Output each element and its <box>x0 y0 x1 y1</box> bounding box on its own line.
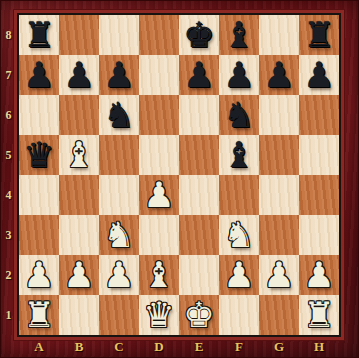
square-g7[interactable]: ♟ <box>259 55 299 95</box>
file-label-f: F <box>219 335 259 358</box>
piece-black-pawn[interactable]: ♟ <box>223 55 254 95</box>
piece-white-bishop[interactable]: ♝ <box>143 255 174 295</box>
square-b5[interactable]: ♝ <box>59 135 99 175</box>
square-c8[interactable] <box>99 15 139 55</box>
square-c2[interactable]: ♟ <box>99 255 139 295</box>
square-h3[interactable] <box>299 215 339 255</box>
square-g2[interactable]: ♟ <box>259 255 299 295</box>
square-h1[interactable]: ♜ <box>299 295 339 335</box>
square-c7[interactable]: ♟ <box>99 55 139 95</box>
square-c6[interactable]: ♞ <box>99 95 139 135</box>
piece-black-pawn[interactable]: ♟ <box>263 55 294 95</box>
square-b1[interactable] <box>59 295 99 335</box>
square-d1[interactable]: ♛ <box>139 295 179 335</box>
square-g1[interactable] <box>259 295 299 335</box>
rank-labels: 87654321 <box>0 15 17 335</box>
piece-black-bishop[interactable]: ♝ <box>223 15 254 55</box>
square-f8[interactable]: ♝ <box>219 15 259 55</box>
square-e2[interactable] <box>179 255 219 295</box>
square-h4[interactable] <box>299 175 339 215</box>
piece-black-knight[interactable]: ♞ <box>223 95 254 135</box>
square-e8[interactable]: ♚ <box>179 15 219 55</box>
square-f5[interactable]: ♝ <box>219 135 259 175</box>
piece-white-pawn[interactable]: ♟ <box>303 255 334 295</box>
piece-black-rook[interactable]: ♜ <box>303 15 334 55</box>
piece-white-rook[interactable]: ♜ <box>303 295 334 335</box>
square-b6[interactable] <box>59 95 99 135</box>
piece-black-pawn[interactable]: ♟ <box>303 55 334 95</box>
rank-label-3: 3 <box>0 215 17 255</box>
square-f6[interactable]: ♞ <box>219 95 259 135</box>
piece-black-pawn[interactable]: ♟ <box>23 55 54 95</box>
piece-white-pawn[interactable]: ♟ <box>63 255 94 295</box>
square-g3[interactable] <box>259 215 299 255</box>
square-h2[interactable]: ♟ <box>299 255 339 295</box>
square-e3[interactable] <box>179 215 219 255</box>
piece-black-rook[interactable]: ♜ <box>23 15 54 55</box>
square-a2[interactable]: ♟ <box>19 255 59 295</box>
square-h8[interactable]: ♜ <box>299 15 339 55</box>
piece-white-pawn[interactable]: ♟ <box>143 175 174 215</box>
piece-white-bishop[interactable]: ♝ <box>63 135 94 175</box>
piece-white-pawn[interactable]: ♟ <box>103 255 134 295</box>
square-b4[interactable] <box>59 175 99 215</box>
file-label-e: E <box>179 335 219 358</box>
square-g4[interactable] <box>259 175 299 215</box>
square-c1[interactable] <box>99 295 139 335</box>
piece-black-pawn[interactable]: ♟ <box>63 55 94 95</box>
piece-white-knight[interactable]: ♞ <box>223 215 254 255</box>
file-label-c: C <box>99 335 139 358</box>
board-frame: 87654321 ♜♚♝♜♟♟♟♟♟♟♟♞♞♛♝♝♟♞♞♟♟♟♝♟♟♟♜♛♚♜ … <box>0 0 359 358</box>
piece-white-knight[interactable]: ♞ <box>103 215 134 255</box>
piece-white-queen[interactable]: ♛ <box>143 295 174 335</box>
rank-label-7: 7 <box>0 55 17 95</box>
square-d4[interactable]: ♟ <box>139 175 179 215</box>
file-label-b: B <box>59 335 99 358</box>
square-e5[interactable] <box>179 135 219 175</box>
square-a6[interactable] <box>19 95 59 135</box>
piece-black-pawn[interactable]: ♟ <box>103 55 134 95</box>
rank-label-2: 2 <box>0 255 17 295</box>
square-a4[interactable] <box>19 175 59 215</box>
piece-white-king[interactable]: ♚ <box>183 295 214 335</box>
rank-label-5: 5 <box>0 135 17 175</box>
square-b7[interactable]: ♟ <box>59 55 99 95</box>
piece-black-queen[interactable]: ♛ <box>23 135 54 175</box>
piece-white-pawn[interactable]: ♟ <box>263 255 294 295</box>
square-g6[interactable] <box>259 95 299 135</box>
piece-black-knight[interactable]: ♞ <box>103 95 134 135</box>
square-a8[interactable]: ♜ <box>19 15 59 55</box>
square-d2[interactable]: ♝ <box>139 255 179 295</box>
square-a7[interactable]: ♟ <box>19 55 59 95</box>
square-b3[interactable] <box>59 215 99 255</box>
piece-white-rook[interactable]: ♜ <box>23 295 54 335</box>
file-label-a: A <box>19 335 59 358</box>
square-c5[interactable] <box>99 135 139 175</box>
file-label-g: G <box>259 335 299 358</box>
square-d6[interactable] <box>139 95 179 135</box>
square-h7[interactable]: ♟ <box>299 55 339 95</box>
square-a3[interactable] <box>19 215 59 255</box>
square-b8[interactable] <box>59 15 99 55</box>
file-label-d: D <box>139 335 179 358</box>
rank-label-4: 4 <box>0 175 17 215</box>
square-f1[interactable] <box>219 295 259 335</box>
square-a1[interactable]: ♜ <box>19 295 59 335</box>
square-c4[interactable] <box>99 175 139 215</box>
square-a5[interactable]: ♛ <box>19 135 59 175</box>
square-h6[interactable] <box>299 95 339 135</box>
square-d7[interactable] <box>139 55 179 95</box>
square-e7[interactable]: ♟ <box>179 55 219 95</box>
square-g5[interactable] <box>259 135 299 175</box>
piece-black-bishop[interactable]: ♝ <box>223 135 254 175</box>
rank-label-8: 8 <box>0 15 17 55</box>
rank-label-1: 1 <box>0 295 17 335</box>
square-e6[interactable] <box>179 95 219 135</box>
square-d3[interactable] <box>139 215 179 255</box>
square-e4[interactable] <box>179 175 219 215</box>
square-g8[interactable] <box>259 15 299 55</box>
piece-black-king[interactable]: ♚ <box>183 15 214 55</box>
chess-board[interactable]: ♜♚♝♜♟♟♟♟♟♟♟♞♞♛♝♝♟♞♞♟♟♟♝♟♟♟♜♛♚♜ <box>17 13 341 337</box>
square-c3[interactable]: ♞ <box>99 215 139 255</box>
piece-white-pawn[interactable]: ♟ <box>23 255 54 295</box>
square-e1[interactable]: ♚ <box>179 295 219 335</box>
piece-black-pawn[interactable]: ♟ <box>183 55 214 95</box>
piece-white-pawn[interactable]: ♟ <box>223 255 254 295</box>
square-f3[interactable]: ♞ <box>219 215 259 255</box>
square-h5[interactable] <box>299 135 339 175</box>
file-labels: ABCDEFGH <box>19 335 339 358</box>
square-f4[interactable] <box>219 175 259 215</box>
rank-label-6: 6 <box>0 95 17 135</box>
square-f2[interactable]: ♟ <box>219 255 259 295</box>
file-label-h: H <box>299 335 339 358</box>
square-f7[interactable]: ♟ <box>219 55 259 95</box>
square-d5[interactable] <box>139 135 179 175</box>
square-b2[interactable]: ♟ <box>59 255 99 295</box>
square-d8[interactable] <box>139 15 179 55</box>
